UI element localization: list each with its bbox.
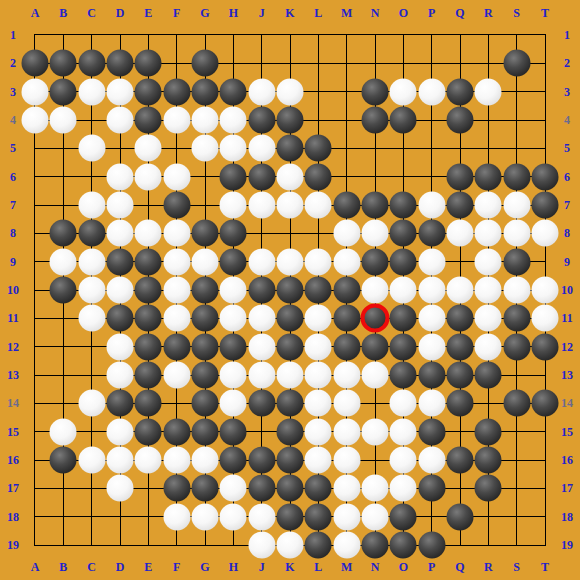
col-label-bottom-P: P bbox=[421, 560, 443, 574]
col-label-bottom-S: S bbox=[506, 560, 528, 574]
col-label-top-J: J bbox=[251, 6, 273, 20]
black-stone bbox=[22, 50, 49, 77]
white-stone bbox=[107, 333, 134, 360]
white-stone bbox=[192, 248, 219, 275]
black-stone bbox=[390, 362, 417, 389]
black-stone bbox=[107, 248, 134, 275]
white-stone bbox=[248, 78, 275, 105]
black-stone bbox=[362, 192, 389, 219]
white-stone bbox=[333, 532, 360, 559]
row-label-right-16: 16 bbox=[556, 453, 578, 467]
black-stone bbox=[163, 192, 190, 219]
row-label-right-5: 5 bbox=[556, 141, 578, 155]
white-stone bbox=[333, 220, 360, 247]
col-label-top-M: M bbox=[336, 6, 358, 20]
black-stone bbox=[362, 78, 389, 105]
row-label-right-13: 13 bbox=[556, 368, 578, 382]
white-stone bbox=[305, 305, 332, 332]
white-stone bbox=[475, 333, 502, 360]
white-stone bbox=[503, 220, 530, 247]
white-stone bbox=[220, 135, 247, 162]
black-stone bbox=[447, 163, 474, 190]
white-stone bbox=[418, 447, 445, 474]
col-label-bottom-A: A bbox=[24, 560, 46, 574]
black-stone bbox=[135, 362, 162, 389]
white-stone bbox=[390, 78, 417, 105]
white-stone bbox=[192, 107, 219, 134]
col-label-top-G: G bbox=[194, 6, 216, 20]
black-stone bbox=[220, 78, 247, 105]
white-stone bbox=[418, 248, 445, 275]
white-stone bbox=[135, 135, 162, 162]
white-stone bbox=[248, 503, 275, 530]
white-stone bbox=[163, 447, 190, 474]
white-stone bbox=[220, 475, 247, 502]
row-label-left-7: 7 bbox=[2, 198, 24, 212]
row-label-left-5: 5 bbox=[2, 141, 24, 155]
black-stone bbox=[447, 390, 474, 417]
col-label-bottom-H: H bbox=[222, 560, 244, 574]
white-stone bbox=[163, 277, 190, 304]
col-label-bottom-Q: Q bbox=[449, 560, 471, 574]
black-stone bbox=[475, 475, 502, 502]
black-stone bbox=[418, 418, 445, 445]
black-stone bbox=[192, 475, 219, 502]
white-stone bbox=[532, 277, 559, 304]
black-stone bbox=[390, 192, 417, 219]
white-stone bbox=[163, 107, 190, 134]
white-stone bbox=[248, 135, 275, 162]
white-stone bbox=[333, 248, 360, 275]
black-stone bbox=[277, 107, 304, 134]
white-stone bbox=[220, 192, 247, 219]
col-label-top-Q: Q bbox=[449, 6, 471, 20]
black-stone bbox=[503, 305, 530, 332]
black-stone bbox=[50, 447, 77, 474]
white-stone bbox=[277, 532, 304, 559]
black-stone bbox=[305, 135, 332, 162]
white-stone bbox=[248, 192, 275, 219]
black-stone bbox=[447, 362, 474, 389]
white-stone bbox=[475, 305, 502, 332]
white-stone bbox=[107, 362, 134, 389]
white-stone bbox=[362, 277, 389, 304]
white-stone bbox=[532, 305, 559, 332]
black-stone bbox=[362, 333, 389, 360]
white-stone bbox=[135, 220, 162, 247]
black-stone bbox=[390, 305, 417, 332]
black-stone bbox=[277, 447, 304, 474]
row-label-left-10: 10 bbox=[2, 283, 24, 297]
col-label-bottom-G: G bbox=[194, 560, 216, 574]
white-stone bbox=[333, 475, 360, 502]
white-stone bbox=[305, 447, 332, 474]
black-stone bbox=[390, 333, 417, 360]
white-stone bbox=[248, 305, 275, 332]
white-stone bbox=[418, 390, 445, 417]
col-label-bottom-K: K bbox=[279, 560, 301, 574]
col-label-bottom-N: N bbox=[364, 560, 386, 574]
black-stone bbox=[192, 333, 219, 360]
black-stone bbox=[192, 50, 219, 77]
row-label-left-17: 17 bbox=[2, 481, 24, 495]
black-stone bbox=[220, 447, 247, 474]
white-stone bbox=[305, 362, 332, 389]
col-label-top-K: K bbox=[279, 6, 301, 20]
row-label-right-7: 7 bbox=[556, 198, 578, 212]
row-label-right-10: 10 bbox=[556, 283, 578, 297]
white-stone bbox=[305, 192, 332, 219]
col-label-top-E: E bbox=[137, 6, 159, 20]
black-stone bbox=[192, 78, 219, 105]
black-stone bbox=[107, 50, 134, 77]
black-stone bbox=[333, 192, 360, 219]
black-stone bbox=[390, 503, 417, 530]
black-stone bbox=[447, 78, 474, 105]
black-stone bbox=[192, 220, 219, 247]
black-stone bbox=[305, 277, 332, 304]
black-stone bbox=[135, 78, 162, 105]
row-label-right-4: 4 bbox=[556, 113, 578, 127]
white-stone bbox=[163, 305, 190, 332]
col-label-bottom-B: B bbox=[52, 560, 74, 574]
white-stone bbox=[333, 447, 360, 474]
white-stone bbox=[475, 192, 502, 219]
row-label-left-6: 6 bbox=[2, 170, 24, 184]
black-stone bbox=[447, 192, 474, 219]
row-label-left-13: 13 bbox=[2, 368, 24, 382]
white-stone bbox=[390, 447, 417, 474]
white-stone bbox=[163, 220, 190, 247]
black-stone bbox=[135, 248, 162, 275]
white-stone bbox=[475, 220, 502, 247]
black-stone bbox=[192, 390, 219, 417]
black-stone bbox=[163, 418, 190, 445]
go-board-screen: AABBCCDDEEFFGGHHJJKKLLMMNNOOPPQQRRSSTT11… bbox=[0, 0, 580, 580]
white-stone bbox=[220, 503, 247, 530]
white-stone bbox=[220, 390, 247, 417]
row-label-left-8: 8 bbox=[2, 226, 24, 240]
black-stone bbox=[333, 305, 360, 332]
white-stone bbox=[163, 163, 190, 190]
black-stone bbox=[107, 390, 134, 417]
white-stone bbox=[192, 447, 219, 474]
black-stone bbox=[220, 163, 247, 190]
black-stone bbox=[447, 503, 474, 530]
black-stone bbox=[447, 333, 474, 360]
white-stone bbox=[362, 503, 389, 530]
black-stone bbox=[163, 333, 190, 360]
black-stone bbox=[503, 248, 530, 275]
white-stone bbox=[248, 362, 275, 389]
col-label-top-H: H bbox=[222, 6, 244, 20]
black-stone bbox=[503, 50, 530, 77]
black-stone bbox=[163, 475, 190, 502]
col-label-bottom-J: J bbox=[251, 560, 273, 574]
white-stone bbox=[135, 163, 162, 190]
row-label-right-12: 12 bbox=[556, 340, 578, 354]
white-stone bbox=[163, 362, 190, 389]
col-label-bottom-M: M bbox=[336, 560, 358, 574]
black-stone bbox=[107, 305, 134, 332]
col-label-bottom-O: O bbox=[392, 560, 414, 574]
col-label-top-B: B bbox=[52, 6, 74, 20]
row-label-right-9: 9 bbox=[556, 255, 578, 269]
black-stone bbox=[192, 277, 219, 304]
white-stone bbox=[78, 135, 105, 162]
black-stone bbox=[277, 390, 304, 417]
black-stone bbox=[418, 362, 445, 389]
white-stone bbox=[333, 362, 360, 389]
row-label-left-18: 18 bbox=[2, 510, 24, 524]
white-stone bbox=[418, 78, 445, 105]
white-stone bbox=[390, 475, 417, 502]
white-stone bbox=[163, 503, 190, 530]
black-stone bbox=[277, 418, 304, 445]
black-stone bbox=[248, 475, 275, 502]
white-stone bbox=[78, 390, 105, 417]
white-stone bbox=[503, 192, 530, 219]
white-stone bbox=[107, 277, 134, 304]
black-stone bbox=[362, 532, 389, 559]
white-stone bbox=[333, 390, 360, 417]
black-stone bbox=[50, 78, 77, 105]
black-stone bbox=[475, 362, 502, 389]
row-label-left-9: 9 bbox=[2, 255, 24, 269]
black-stone bbox=[220, 418, 247, 445]
white-stone bbox=[305, 333, 332, 360]
black-stone bbox=[192, 305, 219, 332]
row-label-left-15: 15 bbox=[2, 425, 24, 439]
white-stone bbox=[78, 277, 105, 304]
black-stone bbox=[475, 163, 502, 190]
white-stone bbox=[107, 107, 134, 134]
white-stone bbox=[390, 277, 417, 304]
row-label-right-14: 14 bbox=[556, 396, 578, 410]
black-stone bbox=[362, 107, 389, 134]
black-stone bbox=[50, 220, 77, 247]
white-stone bbox=[50, 418, 77, 445]
white-stone bbox=[277, 248, 304, 275]
row-label-right-6: 6 bbox=[556, 170, 578, 184]
row-label-right-3: 3 bbox=[556, 85, 578, 99]
white-stone bbox=[107, 220, 134, 247]
white-stone bbox=[163, 248, 190, 275]
white-stone bbox=[362, 220, 389, 247]
black-stone bbox=[135, 333, 162, 360]
black-stone bbox=[220, 248, 247, 275]
white-stone bbox=[248, 333, 275, 360]
black-stone bbox=[447, 305, 474, 332]
black-stone bbox=[333, 333, 360, 360]
black-stone bbox=[135, 305, 162, 332]
white-stone bbox=[333, 503, 360, 530]
black-stone bbox=[390, 107, 417, 134]
white-stone bbox=[532, 220, 559, 247]
black-stone bbox=[362, 248, 389, 275]
white-stone bbox=[78, 192, 105, 219]
black-stone bbox=[135, 107, 162, 134]
white-stone bbox=[277, 192, 304, 219]
white-stone bbox=[107, 163, 134, 190]
black-stone bbox=[163, 78, 190, 105]
col-label-top-L: L bbox=[307, 6, 329, 20]
black-stone bbox=[277, 333, 304, 360]
white-stone bbox=[22, 107, 49, 134]
col-label-top-F: F bbox=[166, 6, 188, 20]
white-stone bbox=[277, 163, 304, 190]
black-stone bbox=[135, 50, 162, 77]
black-stone bbox=[248, 447, 275, 474]
row-label-right-19: 19 bbox=[556, 538, 578, 552]
white-stone bbox=[475, 78, 502, 105]
black-stone bbox=[192, 418, 219, 445]
black-stone bbox=[532, 192, 559, 219]
white-stone bbox=[107, 418, 134, 445]
row-label-right-17: 17 bbox=[556, 481, 578, 495]
row-label-right-8: 8 bbox=[556, 226, 578, 240]
white-stone bbox=[135, 447, 162, 474]
white-stone bbox=[78, 305, 105, 332]
black-stone bbox=[390, 532, 417, 559]
white-stone bbox=[277, 78, 304, 105]
last-move-marker bbox=[361, 304, 390, 333]
black-stone bbox=[277, 503, 304, 530]
white-stone bbox=[107, 192, 134, 219]
col-label-bottom-R: R bbox=[477, 560, 499, 574]
white-stone bbox=[305, 390, 332, 417]
col-label-bottom-T: T bbox=[534, 560, 556, 574]
black-stone bbox=[220, 333, 247, 360]
white-stone bbox=[475, 277, 502, 304]
white-stone bbox=[390, 390, 417, 417]
col-label-top-T: T bbox=[534, 6, 556, 20]
black-stone bbox=[532, 163, 559, 190]
black-stone bbox=[418, 532, 445, 559]
white-stone bbox=[418, 333, 445, 360]
black-stone bbox=[135, 418, 162, 445]
white-stone bbox=[220, 107, 247, 134]
white-stone bbox=[78, 78, 105, 105]
black-stone bbox=[503, 163, 530, 190]
black-stone bbox=[475, 447, 502, 474]
black-stone bbox=[248, 277, 275, 304]
black-stone bbox=[50, 277, 77, 304]
white-stone bbox=[220, 362, 247, 389]
white-stone bbox=[305, 248, 332, 275]
white-stone bbox=[362, 475, 389, 502]
white-stone bbox=[78, 447, 105, 474]
white-stone bbox=[192, 135, 219, 162]
white-stone bbox=[22, 78, 49, 105]
white-stone bbox=[220, 277, 247, 304]
black-stone bbox=[277, 305, 304, 332]
col-label-top-N: N bbox=[364, 6, 386, 20]
row-label-right-15: 15 bbox=[556, 425, 578, 439]
black-stone bbox=[305, 163, 332, 190]
black-stone bbox=[333, 277, 360, 304]
black-stone bbox=[305, 475, 332, 502]
white-stone bbox=[107, 447, 134, 474]
black-stone bbox=[532, 390, 559, 417]
white-stone bbox=[220, 305, 247, 332]
col-label-top-O: O bbox=[392, 6, 414, 20]
white-stone bbox=[107, 475, 134, 502]
black-stone bbox=[277, 475, 304, 502]
white-stone bbox=[192, 503, 219, 530]
col-label-bottom-C: C bbox=[81, 560, 103, 574]
row-label-left-19: 19 bbox=[2, 538, 24, 552]
col-label-top-R: R bbox=[477, 6, 499, 20]
black-stone bbox=[135, 390, 162, 417]
white-stone bbox=[50, 107, 77, 134]
white-stone bbox=[78, 248, 105, 275]
black-stone bbox=[447, 107, 474, 134]
white-stone bbox=[50, 248, 77, 275]
white-stone bbox=[418, 305, 445, 332]
white-stone bbox=[447, 277, 474, 304]
black-stone bbox=[305, 503, 332, 530]
black-stone bbox=[248, 390, 275, 417]
white-stone bbox=[333, 418, 360, 445]
white-stone bbox=[390, 418, 417, 445]
black-stone bbox=[277, 277, 304, 304]
white-stone bbox=[362, 418, 389, 445]
white-stone bbox=[503, 277, 530, 304]
white-stone bbox=[447, 220, 474, 247]
row-label-left-1: 1 bbox=[2, 28, 24, 42]
black-stone bbox=[78, 220, 105, 247]
black-stone bbox=[503, 390, 530, 417]
row-label-left-16: 16 bbox=[2, 453, 24, 467]
col-label-top-C: C bbox=[81, 6, 103, 20]
black-stone bbox=[390, 220, 417, 247]
black-stone bbox=[192, 362, 219, 389]
black-stone bbox=[50, 50, 77, 77]
black-stone bbox=[503, 333, 530, 360]
row-label-right-1: 1 bbox=[556, 28, 578, 42]
row-label-left-12: 12 bbox=[2, 340, 24, 354]
col-label-top-P: P bbox=[421, 6, 443, 20]
white-stone bbox=[277, 362, 304, 389]
white-stone bbox=[418, 192, 445, 219]
white-stone bbox=[362, 362, 389, 389]
col-label-top-S: S bbox=[506, 6, 528, 20]
row-label-right-18: 18 bbox=[556, 510, 578, 524]
black-stone bbox=[277, 135, 304, 162]
black-stone bbox=[390, 248, 417, 275]
col-label-top-D: D bbox=[109, 6, 131, 20]
black-stone bbox=[220, 220, 247, 247]
col-label-top-A: A bbox=[24, 6, 46, 20]
black-stone bbox=[248, 163, 275, 190]
black-stone bbox=[78, 50, 105, 77]
black-stone bbox=[532, 333, 559, 360]
white-stone bbox=[475, 248, 502, 275]
black-stone bbox=[418, 220, 445, 247]
white-stone bbox=[107, 78, 134, 105]
white-stone bbox=[418, 277, 445, 304]
white-stone bbox=[248, 532, 275, 559]
row-label-right-11: 11 bbox=[556, 311, 578, 325]
col-label-bottom-L: L bbox=[307, 560, 329, 574]
col-label-bottom-E: E bbox=[137, 560, 159, 574]
row-label-right-2: 2 bbox=[556, 56, 578, 70]
col-label-bottom-D: D bbox=[109, 560, 131, 574]
col-label-bottom-F: F bbox=[166, 560, 188, 574]
black-stone bbox=[475, 418, 502, 445]
black-stone bbox=[305, 532, 332, 559]
